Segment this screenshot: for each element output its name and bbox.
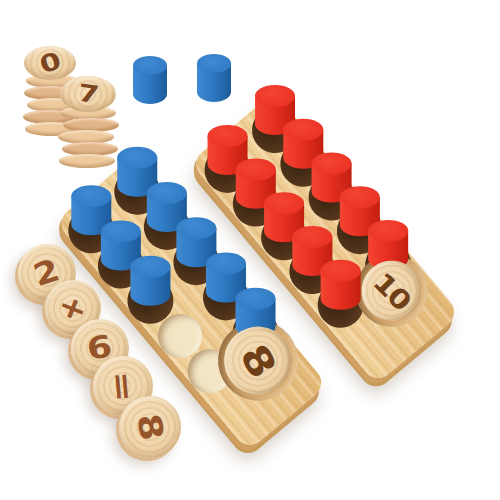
blue-peg-top xyxy=(197,54,231,73)
equation-symbol-label: = xyxy=(106,369,140,403)
number-coin-10[interactable]: 10 xyxy=(349,248,434,333)
red-peg-top xyxy=(340,186,380,208)
blue-peg-top xyxy=(130,256,170,278)
red-peg-top xyxy=(236,159,276,181)
red-peg-top xyxy=(264,192,304,214)
red-peg-top xyxy=(368,220,408,242)
red-peg-top xyxy=(283,119,323,141)
equation-symbol-label: 8 xyxy=(132,411,168,443)
loose-blue-peg[interactable] xyxy=(133,56,167,104)
blue-peg-top xyxy=(176,217,216,239)
stack-number-label: 0 xyxy=(36,48,63,77)
coin-number-label: 8 xyxy=(234,337,283,383)
coin-stack-7[interactable]: 7 xyxy=(60,76,116,182)
blue-peg-top xyxy=(133,56,167,75)
blue-peg-top xyxy=(147,182,187,204)
stack-top-coin: 0 xyxy=(24,46,76,80)
blue-peg-top xyxy=(71,185,111,207)
blue-peg[interactable] xyxy=(130,256,170,306)
coin-number-label: 10 xyxy=(368,268,414,314)
equation-coin-8[interactable]: 8 xyxy=(119,396,181,458)
red-peg-top xyxy=(292,226,332,248)
red-peg-top xyxy=(321,260,361,282)
stack-coin-edge xyxy=(59,154,115,168)
stack-top-coin: 7 xyxy=(60,76,116,112)
blue-peg-top xyxy=(117,147,157,169)
red-peg-top xyxy=(255,85,295,107)
red-peg-top xyxy=(208,125,248,147)
stack-number-label: 7 xyxy=(76,81,100,108)
blue-peg-top xyxy=(236,288,276,310)
loose-blue-peg[interactable] xyxy=(197,54,231,102)
number-coin-8[interactable]: 8 xyxy=(210,313,306,409)
red-peg[interactable] xyxy=(321,260,361,310)
red-peg-top xyxy=(312,152,352,174)
toy-scene: 810072+6=8 xyxy=(0,0,500,500)
blue-peg-top xyxy=(101,221,141,243)
blue-peg-top xyxy=(206,252,246,274)
